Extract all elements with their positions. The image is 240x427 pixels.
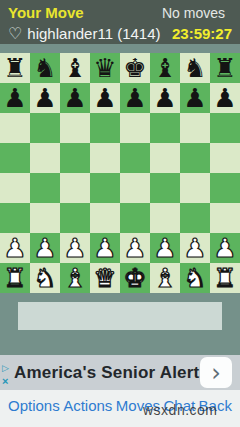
piece-black-pawn[interactable]: ♟ [123,83,146,113]
header-board-gap [0,44,240,53]
piece-white-knight[interactable]: ♞ [183,263,206,293]
square-g6[interactable] [180,113,210,143]
square-h1[interactable]: ♜ [210,263,240,293]
ad-title[interactable]: America's Senior Alert [14,363,199,383]
square-h7[interactable]: ♟ [210,83,240,113]
square-f5[interactable] [150,143,180,173]
square-f8[interactable]: ♝ [150,53,180,83]
piece-white-queen[interactable]: ♛ [93,263,116,293]
square-d7[interactable]: ♟ [90,83,120,113]
square-c7[interactable]: ♟ [60,83,90,113]
bottom-toolbar: Options Actions Moves Chat Back [0,390,240,427]
piece-white-pawn[interactable]: ♟ [183,233,206,263]
square-a6[interactable] [0,113,30,143]
moves-button[interactable]: Moves [116,397,160,414]
ad-close-icon[interactable]: × [2,376,8,387]
square-f7[interactable]: ♟ [150,83,180,113]
square-g7[interactable]: ♟ [180,83,210,113]
piece-black-pawn[interactable]: ♟ [93,83,116,113]
move-count: No moves [162,5,225,21]
square-f6[interactable] [150,113,180,143]
square-g8[interactable]: ♞ [180,53,210,83]
piece-white-pawn[interactable]: ♟ [33,233,56,263]
square-h2[interactable]: ♟ [210,233,240,263]
piece-white-king[interactable]: ♚ [123,263,146,293]
below-board-panel [0,293,240,355]
square-f3[interactable] [150,203,180,233]
piece-white-rook[interactable]: ♜ [213,263,236,293]
piece-white-rook[interactable]: ♜ [3,263,26,293]
piece-white-pawn[interactable]: ♟ [213,233,236,263]
piece-white-knight[interactable]: ♞ [33,263,56,293]
piece-white-bishop[interactable]: ♝ [63,263,86,293]
square-b2[interactable]: ♟ [30,233,60,263]
piece-black-knight[interactable]: ♞ [33,53,56,83]
chat-button[interactable]: Chat [163,397,195,414]
piece-black-rook[interactable]: ♜ [3,53,26,83]
square-a2[interactable]: ♟ [0,233,30,263]
square-h8[interactable]: ♜ [210,53,240,83]
piece-black-pawn[interactable]: ♟ [213,83,236,113]
piece-black-pawn[interactable]: ♟ [33,83,56,113]
square-h3[interactable] [210,203,240,233]
square-a3[interactable] [0,203,30,233]
opponent-name: highlander11 (1414) [27,25,160,42]
square-d5[interactable] [90,143,120,173]
square-g2[interactable]: ♟ [180,233,210,263]
square-b3[interactable] [30,203,60,233]
square-e3[interactable] [120,203,150,233]
square-a7[interactable]: ♟ [0,83,30,113]
piece-black-knight[interactable]: ♞ [183,53,206,83]
square-a5[interactable] [0,143,30,173]
piece-white-pawn[interactable]: ♟ [153,233,176,263]
game-clock: 23:59:27 [172,25,232,42]
square-b4[interactable] [30,173,60,203]
back-button[interactable]: Back [199,397,232,414]
piece-black-bishop[interactable]: ♝ [63,53,86,83]
piece-black-queen[interactable]: ♛ [93,53,116,83]
chess-board: ♜♞♝♛♚♝♞♜♟♟♟♟♟♟♟♟♟♟♟♟♟♟♟♟♜♞♝♛♚♝♞♜ [0,53,240,293]
square-a1[interactable]: ♜ [0,263,30,293]
square-a4[interactable] [0,173,30,203]
piece-black-pawn[interactable]: ♟ [63,83,86,113]
square-e2[interactable]: ♟ [120,233,150,263]
square-c8[interactable]: ♝ [60,53,90,83]
square-e8[interactable]: ♚ [120,53,150,83]
square-c2[interactable]: ♟ [60,233,90,263]
square-b8[interactable]: ♞ [30,53,60,83]
square-c3[interactable] [60,203,90,233]
square-e6[interactable] [120,113,150,143]
ad-chevron-button[interactable]: › [200,357,232,388]
square-f1[interactable]: ♝ [150,263,180,293]
favorite-heart-icon[interactable]: ♡ [8,26,22,42]
square-g1[interactable]: ♞ [180,263,210,293]
square-a8[interactable]: ♜ [0,53,30,83]
piece-black-pawn[interactable]: ♟ [3,83,26,113]
piece-black-bishop[interactable]: ♝ [153,53,176,83]
game-header: Your Move No moves ♡ highlander11 (1414)… [0,0,240,44]
square-g4[interactable] [180,173,210,203]
adchoices-icon[interactable]: ▷ [2,364,9,373]
square-g3[interactable] [180,203,210,233]
actions-button[interactable]: Actions [63,397,112,414]
message-input[interactable] [18,302,222,330]
piece-white-pawn[interactable]: ♟ [93,233,116,263]
square-h4[interactable] [210,173,240,203]
piece-black-rook[interactable]: ♜ [213,53,236,83]
piece-black-pawn[interactable]: ♟ [183,83,206,113]
square-g5[interactable] [180,143,210,173]
square-f2[interactable]: ♟ [150,233,180,263]
square-d6[interactable] [90,113,120,143]
square-h5[interactable] [210,143,240,173]
square-c1[interactable]: ♝ [60,263,90,293]
square-d2[interactable]: ♟ [90,233,120,263]
piece-white-pawn[interactable]: ♟ [63,233,86,263]
piece-white-bishop[interactable]: ♝ [153,263,176,293]
square-c6[interactable] [60,113,90,143]
ad-banner[interactable]: ▷ × America's Senior Alert › [0,355,240,390]
square-d8[interactable]: ♛ [90,53,120,83]
square-e7[interactable]: ♟ [120,83,150,113]
square-c4[interactable] [60,173,90,203]
square-d3[interactable] [90,203,120,233]
square-e4[interactable] [120,173,150,203]
piece-black-pawn[interactable]: ♟ [153,83,176,113]
square-d4[interactable] [90,173,120,203]
square-b6[interactable] [30,113,60,143]
turn-status: Your Move [8,4,84,21]
piece-white-pawn[interactable]: ♟ [3,233,26,263]
square-h6[interactable] [210,113,240,143]
square-d1[interactable]: ♛ [90,263,120,293]
square-b5[interactable] [30,143,60,173]
square-c5[interactable] [60,143,90,173]
square-e1[interactable]: ♚ [120,263,150,293]
piece-black-king[interactable]: ♚ [123,53,146,83]
square-b7[interactable]: ♟ [30,83,60,113]
square-b1[interactable]: ♞ [30,263,60,293]
piece-white-pawn[interactable]: ♟ [123,233,146,263]
square-e5[interactable] [120,143,150,173]
options-button[interactable]: Options [8,397,60,414]
square-f4[interactable] [150,173,180,203]
